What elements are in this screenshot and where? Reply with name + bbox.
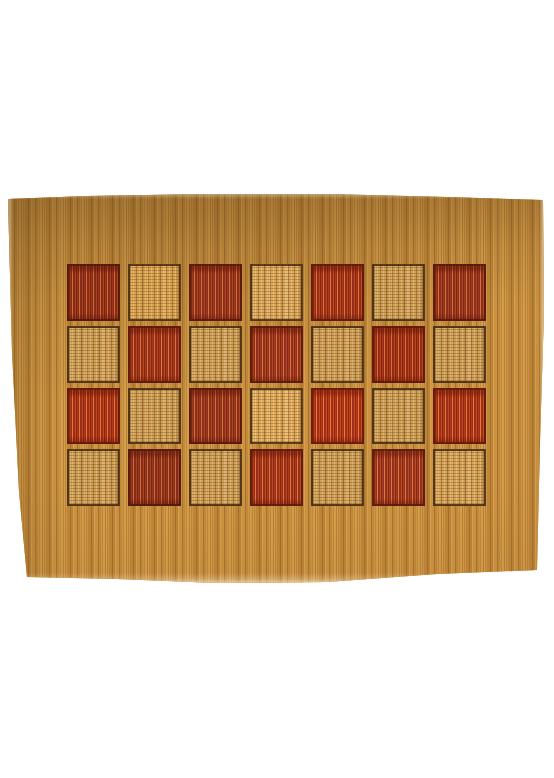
- rug-square-r4c1-gold: [67, 449, 120, 506]
- rug-square-r2c2-red: [128, 326, 181, 383]
- rug-square-r1c1-red: [67, 264, 120, 321]
- rug-square-r3c7-red: [433, 388, 486, 445]
- rug-square-r3c6-gold: [372, 388, 425, 445]
- rug-square-r4c5-gold: [311, 449, 364, 506]
- rug-square-r4c7-gold: [433, 449, 486, 506]
- rug-square-r4c3-gold: [189, 449, 242, 506]
- checkerboard-grid: [67, 264, 486, 506]
- rug-square-r3c2-gold: [128, 388, 181, 445]
- rug-square-r4c2-red: [128, 449, 181, 506]
- rug-square-r3c5-red: [311, 388, 364, 445]
- rug-square-r4c4-red: [250, 449, 303, 506]
- rug-square-r3c1-red: [67, 388, 120, 445]
- rug-square-r1c2-gold: [128, 264, 181, 321]
- rug-square-r1c7-red: [433, 264, 486, 321]
- rug-square-r1c3-red: [189, 264, 242, 321]
- rug-square-r2c6-red: [372, 326, 425, 383]
- rug-square-r3c3-red: [189, 388, 242, 445]
- rug-square-r2c3-gold: [189, 326, 242, 383]
- rug-square-r2c1-gold: [67, 326, 120, 383]
- rug: [7, 192, 545, 584]
- rug-square-r3c4-gold: [250, 388, 303, 445]
- rug-square-r4c6-red: [372, 449, 425, 506]
- photo-canvas: [0, 0, 554, 778]
- rug-square-r2c5-gold: [311, 326, 364, 383]
- rug-square-r1c6-gold: [372, 264, 425, 321]
- rug-square-r1c4-gold: [250, 264, 303, 321]
- rug-square-r2c4-red: [250, 326, 303, 383]
- rug-square-r2c7-gold: [433, 326, 486, 383]
- rug-square-r1c5-red: [311, 264, 364, 321]
